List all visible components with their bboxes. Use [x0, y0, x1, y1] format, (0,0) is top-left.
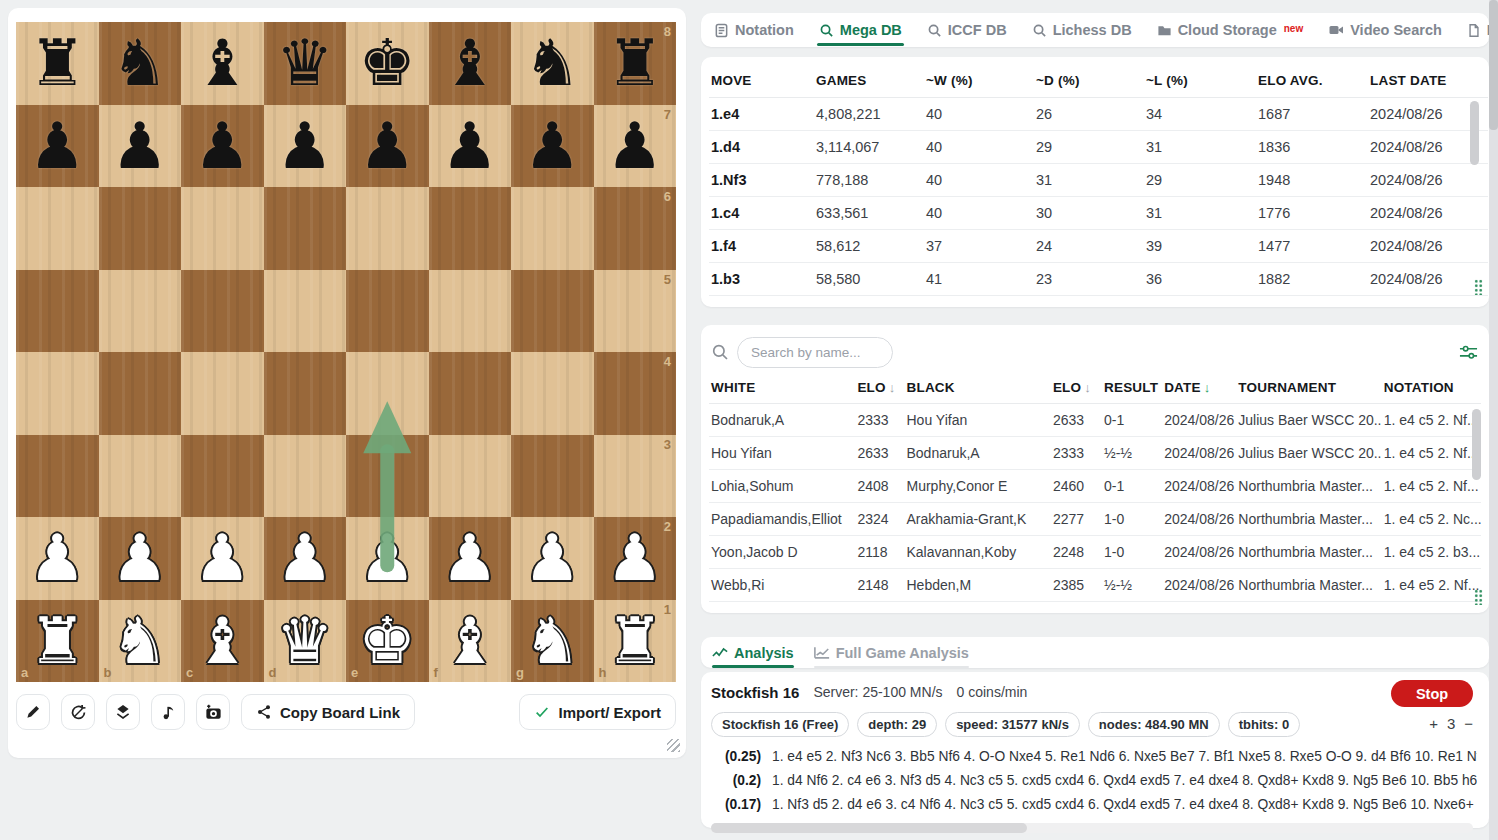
- move-row[interactable]: 1.b358,58041233618822024/08/26: [709, 263, 1488, 296]
- white_elo-cell: 2333: [855, 404, 904, 437]
- piece-black-bishop[interactable]: ♝: [181, 22, 264, 105]
- date-cell: 2024/08/26: [1368, 263, 1488, 296]
- w-cell: 40: [924, 164, 1034, 197]
- notation-icon: [714, 23, 729, 38]
- square-h3[interactable]: 3: [594, 435, 677, 518]
- col-draw-pct[interactable]: ~D (%): [1034, 63, 1144, 98]
- col-games[interactable]: GAMES: [814, 63, 924, 98]
- engine-hscrollbar-thumb[interactable]: [711, 823, 1027, 833]
- square-e8[interactable]: ♚: [346, 22, 429, 105]
- piece-black-pawn[interactable]: ♟: [264, 105, 347, 188]
- tab-notation[interactable]: Notation: [714, 22, 794, 38]
- w-cell: 40: [924, 131, 1034, 164]
- sort-desc-icon[interactable]: ↓: [1084, 380, 1091, 395]
- search-icon: [711, 343, 729, 361]
- result-cell: 0-1: [1102, 470, 1162, 503]
- piece-black-pawn[interactable]: ♟: [99, 105, 182, 188]
- white_elo-cell: 2633: [855, 437, 904, 470]
- engine-name: Stockfish 16: [711, 684, 799, 701]
- game-row[interactable]: Webb,Ri2148Hebden,M2385½-½2024/08/26Nort…: [709, 569, 1481, 602]
- moves-header-row: MOVE GAMES ~W (%) ~D (%) ~L (%) ELO AVG.…: [709, 63, 1488, 98]
- elo-cell: 1776: [1256, 197, 1368, 230]
- games-cell: 778,188: [814, 164, 924, 197]
- w-cell: 40: [924, 197, 1034, 230]
- date-cell: 2024/08/26: [1162, 569, 1236, 602]
- move-row[interactable]: 1.f458,61237243914772024/08/26: [709, 230, 1488, 263]
- move-cell: 1.Nf3: [709, 164, 814, 197]
- file-label-d: d: [269, 665, 277, 680]
- square-c3[interactable]: [181, 435, 264, 518]
- square-e5[interactable]: [346, 270, 429, 353]
- moves-table-panel: MOVE GAMES ~W (%) ~D (%) ~L (%) ELO AVG.…: [701, 57, 1489, 307]
- piece-white-pawn[interactable]: ♟: [511, 517, 594, 600]
- col-white[interactable]: WHITE: [709, 371, 855, 404]
- engine-stats: Stockfish 16 (Free)depth: 29speed: 31577…: [711, 712, 1477, 737]
- tab-mega-db[interactable]: Mega DB: [819, 22, 902, 38]
- square-b5[interactable]: [99, 270, 182, 353]
- date-cell: 2024/08/26: [1162, 536, 1236, 569]
- rank-label-2: 2: [664, 519, 671, 534]
- square-b3[interactable]: [99, 435, 182, 518]
- rank-label-8: 8: [664, 24, 671, 39]
- games-header-row: WHITE ELO↓ BLACK ELO↓ RESULT DATE↓ TOURN…: [709, 371, 1481, 404]
- games-resize-grip[interactable]: [1474, 589, 1483, 605]
- search-icon: [927, 23, 942, 38]
- col-elo-avg[interactable]: ELO AVG.: [1256, 63, 1368, 98]
- square-d1[interactable]: ♛d: [264, 600, 347, 683]
- game-row[interactable]: Papadiamandis,Elliot2324Arakhamia-Grant,…: [709, 503, 1481, 536]
- square-f6[interactable]: [429, 187, 512, 270]
- black-cell: Hebden,M: [905, 569, 1051, 602]
- piece-black-pawn[interactable]: ♟: [429, 105, 512, 188]
- result-cell: ½-½: [1102, 569, 1162, 602]
- chess-board[interactable]: ♜♞♝♛♚♝♞♜8♟♟♟♟♟♟♟♟76543♟♟♟♟♟♟♟♟2♜a♞b♝c♛d♚…: [16, 22, 676, 682]
- square-c6[interactable]: [181, 187, 264, 270]
- engine-stat-pill: Stockfish 16 (Free): [711, 712, 849, 737]
- result-cell: 1-0: [1102, 503, 1162, 536]
- move-cell: 1.d4: [709, 131, 814, 164]
- lines-counter: + 3 −: [1429, 715, 1473, 732]
- search-input[interactable]: [737, 337, 893, 368]
- file-label-h: h: [599, 665, 607, 680]
- engine-stat-pill: depth: 29: [857, 712, 937, 737]
- square-g8[interactable]: ♞: [511, 22, 594, 105]
- square-g2[interactable]: ♟: [511, 517, 594, 600]
- date-cell: 2024/08/26: [1162, 404, 1236, 437]
- square-d5[interactable]: [264, 270, 347, 353]
- white_elo-cell: 2118: [855, 536, 904, 569]
- square-d2[interactable]: ♟: [264, 517, 347, 600]
- engine-stat-pill: speed: 31577 kN/s: [945, 712, 1080, 737]
- rank-label-3: 3: [664, 437, 671, 452]
- tournament-cell: Northumbria Master...: [1236, 470, 1381, 503]
- copy-board-link-button[interactable]: Copy Board Link: [241, 694, 415, 730]
- elo-cell: 1687: [1256, 98, 1368, 131]
- square-h7[interactable]: ♟7: [594, 105, 677, 188]
- black-cell: Kalavannan,Koby: [905, 536, 1051, 569]
- piece-white-pawn[interactable]: ♟: [264, 517, 347, 600]
- l-cell: 34: [1144, 98, 1256, 131]
- black_elo-cell: 2633: [1051, 404, 1102, 437]
- square-f5[interactable]: [429, 270, 512, 353]
- piece-black-queen[interactable]: ♛: [264, 22, 347, 105]
- piece-white-bishop[interactable]: ♝: [181, 600, 264, 683]
- sort-desc-icon-active[interactable]: ↓: [1204, 380, 1211, 395]
- engine-hscrollbar: [711, 823, 1473, 833]
- engine-line[interactable]: (0.2)1. d4 Nf6 2. c4 e6 3. Nf3 d5 4. Nc3…: [711, 768, 1477, 792]
- move-cell: 1.e4: [709, 98, 814, 131]
- piece-black-pawn[interactable]: ♟: [346, 105, 429, 188]
- file-icon: [1467, 23, 1481, 38]
- rank-label-1: 1: [664, 602, 671, 617]
- line-moves: 1. d4 Nf6 2. c4 e6 3. Nf3 d5 4. Nc3 c5 5…: [772, 773, 1477, 788]
- piece-white-pawn[interactable]: ♟: [99, 517, 182, 600]
- d-cell: 30: [1034, 197, 1144, 230]
- engine-panel: Stockfish 16 Server: 25-100 MN/s 0 coins…: [701, 672, 1489, 828]
- game-row[interactable]: Yoon,Jacob D2118Kalavannan,Koby22481-020…: [709, 536, 1481, 569]
- square-a5[interactable]: [16, 270, 99, 353]
- white-cell: Bodnaruk,A: [709, 404, 855, 437]
- elo-cell: 1477: [1256, 230, 1368, 263]
- col-black-elo[interactable]: ELO↓: [1051, 371, 1102, 404]
- flip-board-button[interactable]: [61, 694, 95, 730]
- file-label-f: f: [434, 665, 438, 680]
- file-label-b: b: [104, 665, 112, 680]
- d-cell: 26: [1034, 98, 1144, 131]
- square-h5[interactable]: 5: [594, 270, 677, 353]
- right-panel: Notation Mega DB ICCF DB Lichess DB Clou…: [701, 0, 1489, 840]
- remove-line-button[interactable]: −: [1464, 715, 1473, 732]
- share-icon: [256, 704, 272, 720]
- piece-white-pawn[interactable]: ♟: [16, 517, 99, 600]
- piece-style-icon: [114, 703, 132, 721]
- piece-white-king[interactable]: ♚: [346, 600, 429, 683]
- white_elo-cell: 2408: [855, 470, 904, 503]
- col-white-elo[interactable]: ELO↓: [855, 371, 904, 404]
- lines-count: 3: [1447, 715, 1455, 732]
- col-move[interactable]: MOVE: [709, 63, 814, 98]
- line-eval: (0.17): [711, 797, 761, 812]
- square-a3[interactable]: [16, 435, 99, 518]
- black_elo-cell: 2385: [1051, 569, 1102, 602]
- square-a8[interactable]: ♜: [16, 22, 99, 105]
- white-cell: Hou Yifan: [709, 437, 855, 470]
- sort-desc-icon[interactable]: ↓: [889, 380, 896, 395]
- search-icon: [819, 23, 834, 38]
- d-cell: 24: [1034, 230, 1144, 263]
- result-cell: ½-½: [1102, 437, 1162, 470]
- square-f8[interactable]: ♝: [429, 22, 512, 105]
- square-b7[interactable]: ♟: [99, 105, 182, 188]
- games-table: WHITE ELO↓ BLACK ELO↓ RESULT DATE↓ TOURN…: [709, 371, 1481, 602]
- square-a2[interactable]: ♟: [16, 517, 99, 600]
- square-f4[interactable]: [429, 352, 512, 435]
- square-b1[interactable]: ♞b: [99, 600, 182, 683]
- line-eval: (0.2): [711, 773, 761, 788]
- notation-cell: 1. e4 c5 2. Nc...: [1382, 503, 1481, 536]
- piece-black-pawn[interactable]: ♟: [511, 105, 594, 188]
- date-cell: 2024/08/26: [1162, 437, 1236, 470]
- stop-button[interactable]: Stop: [1391, 680, 1473, 707]
- tournament-cell: Northumbria Master...: [1236, 536, 1381, 569]
- file-label-a: a: [21, 665, 28, 680]
- games-cell: 58,612: [814, 230, 924, 263]
- l-cell: 36: [1144, 263, 1256, 296]
- notation-cell: 1. e4 c5 2. b3...: [1382, 536, 1481, 569]
- square-g3[interactable]: [511, 435, 594, 518]
- piece-black-pawn[interactable]: ♟: [16, 105, 99, 188]
- move-row[interactable]: 1.d43,114,06740293118362024/08/26: [709, 131, 1488, 164]
- tournament-cell: Julius Baer WSCC 20...: [1236, 404, 1381, 437]
- import-export-label: Import/ Export: [558, 704, 661, 721]
- games-scrollbar-thumb[interactable]: [1472, 409, 1481, 480]
- games-panel: WHITE ELO↓ BLACK ELO↓ RESULT DATE↓ TOURN…: [701, 325, 1489, 613]
- date-cell: 2024/08/26: [1368, 230, 1488, 263]
- edit-board-button[interactable]: [16, 694, 50, 730]
- square-h8[interactable]: ♜8: [594, 22, 677, 105]
- square-c5[interactable]: [181, 270, 264, 353]
- notation-cell: 1. e4 c5 2. Nf...: [1382, 470, 1481, 503]
- piece-white-bishop[interactable]: ♝: [429, 600, 512, 683]
- rank-label-5: 5: [664, 272, 671, 287]
- square-b4[interactable]: [99, 352, 182, 435]
- server-info: Server: 25-100 MN/s: [813, 684, 942, 700]
- tab-full-game-analysis[interactable]: Full Game Analysis: [814, 645, 969, 661]
- col-result[interactable]: RESULT: [1102, 371, 1162, 404]
- camera-icon: [204, 703, 223, 722]
- engine-line[interactable]: (0.17)1. Nf3 d5 2. d4 e6 3. c4 Nf6 4. Nc…: [711, 792, 1477, 816]
- tournament-cell: Northumbria Master...: [1236, 569, 1381, 602]
- piece-style-button[interactable]: [106, 694, 140, 730]
- board-panel: ♜♞♝♛♚♝♞♜8♟♟♟♟♟♟♟♟76543♟♟♟♟♟♟♟♟2♜a♞b♝c♛d♚…: [8, 8, 686, 758]
- col-date[interactable]: DATE↓: [1162, 371, 1236, 404]
- date-cell: 2024/08/26: [1162, 470, 1236, 503]
- elo-cell: 1882: [1256, 263, 1368, 296]
- piece-black-knight[interactable]: ♞: [99, 22, 182, 105]
- date-cell: 2024/08/26: [1162, 503, 1236, 536]
- page-scrollbar[interactable]: [1489, 0, 1498, 840]
- col-white-pct[interactable]: ~W (%): [924, 63, 1034, 98]
- w-cell: 37: [924, 230, 1034, 263]
- col-notation[interactable]: NOTATION: [1382, 371, 1481, 404]
- snapshot-button[interactable]: [196, 694, 230, 730]
- square-g6[interactable]: [511, 187, 594, 270]
- square-g1[interactable]: ♞g: [511, 600, 594, 683]
- games-cell: 58,580: [814, 263, 924, 296]
- rank-label-4: 4: [664, 354, 671, 369]
- w-cell: 41: [924, 263, 1034, 296]
- music-note-icon: [160, 704, 177, 721]
- black_elo-cell: 2277: [1051, 503, 1102, 536]
- col-tournament[interactable]: TOURNAMENT: [1236, 371, 1381, 404]
- square-g5[interactable]: [511, 270, 594, 353]
- white-cell: Webb,Ri: [709, 569, 855, 602]
- file-label-e: e: [351, 665, 358, 680]
- square-f7[interactable]: ♟: [429, 105, 512, 188]
- tab-cloud-storage[interactable]: Cloud Storagenew: [1157, 22, 1304, 38]
- square-h2[interactable]: ♟2: [594, 517, 677, 600]
- square-h6[interactable]: 6: [594, 187, 677, 270]
- elo-cell: 1948: [1256, 164, 1368, 197]
- search-icon: [1032, 23, 1047, 38]
- square-d8[interactable]: ♛: [264, 22, 347, 105]
- d-cell: 29: [1034, 131, 1144, 164]
- file-label-c: c: [186, 665, 193, 680]
- square-d6[interactable]: [264, 187, 347, 270]
- d-cell: 23: [1034, 263, 1144, 296]
- piece-white-rook[interactable]: ♜: [16, 600, 99, 683]
- square-b8[interactable]: ♞: [99, 22, 182, 105]
- line-moves: 1. e4 e5 2. Nf3 Nc6 3. Bb5 Nf6 4. O-O Nx…: [772, 749, 1477, 764]
- square-b2[interactable]: ♟: [99, 517, 182, 600]
- game-row[interactable]: Hou Yifan2633Bodnaruk,A2333½-½2024/08/26…: [709, 437, 1481, 470]
- l-cell: 31: [1144, 197, 1256, 230]
- square-c8[interactable]: ♝: [181, 22, 264, 105]
- black-cell: Arakhamia-Grant,K: [905, 503, 1051, 536]
- square-e6[interactable]: [346, 187, 429, 270]
- game-row[interactable]: Lohia,Sohum2408Murphy,Conor E24600-12024…: [709, 470, 1481, 503]
- col-black[interactable]: BLACK: [905, 371, 1051, 404]
- square-e7[interactable]: ♟: [346, 105, 429, 188]
- white-cell: Papadiamandis,Elliot: [709, 503, 855, 536]
- square-d7[interactable]: ♟: [264, 105, 347, 188]
- moves-scrollbar-thumb[interactable]: [1470, 101, 1479, 165]
- tournament-cell: Julius Baer WSCC 20...: [1236, 437, 1381, 470]
- check-icon: [534, 704, 550, 720]
- file-label-g: g: [516, 665, 524, 680]
- piece-white-pawn[interactable]: ♟: [181, 517, 264, 600]
- square-h4[interactable]: 4: [594, 352, 677, 435]
- tab-lichess-db[interactable]: Lichess DB: [1032, 22, 1132, 38]
- rank-label-6: 6: [664, 189, 671, 204]
- filter-icon[interactable]: [1458, 343, 1479, 362]
- pencil-icon: [24, 703, 42, 721]
- move-row[interactable]: 1.c4633,56140303117762024/08/26: [709, 197, 1488, 230]
- notation-cell: 1. e4 e5 2. Nf...: [1382, 569, 1481, 602]
- square-f3[interactable]: [429, 435, 512, 518]
- notation-cell: 1. e4 c5 2. Nf...: [1382, 437, 1481, 470]
- black-cell: Hou Yifan: [905, 404, 1051, 437]
- square-h1[interactable]: ♜h1: [594, 600, 677, 683]
- flip-board-icon: [69, 703, 88, 722]
- game-row[interactable]: Bodnaruk,A2333Hou Yifan26330-12024/08/26…: [709, 404, 1481, 437]
- games-cell: 4,808,221: [814, 98, 924, 131]
- square-c4[interactable]: [181, 352, 264, 435]
- square-g4[interactable]: [511, 352, 594, 435]
- black-cell: Murphy,Conor E: [905, 470, 1051, 503]
- piece-black-bishop[interactable]: ♝: [429, 22, 512, 105]
- engine-stat-pill: nodes: 484.90 MN: [1088, 712, 1220, 737]
- black_elo-cell: 2248: [1051, 536, 1102, 569]
- analysis-tabbar: Analysis Full Game Analysis: [701, 637, 1489, 668]
- square-a6[interactable]: [16, 187, 99, 270]
- board-resize-handle[interactable]: [667, 739, 680, 752]
- tab-iccf-db[interactable]: ICCF DB: [927, 22, 1007, 38]
- elo-cell: 1836: [1256, 131, 1368, 164]
- square-f2[interactable]: ♟: [429, 517, 512, 600]
- white_elo-cell: 2148: [855, 569, 904, 602]
- moves-table: MOVE GAMES ~W (%) ~D (%) ~L (%) ELO AVG.…: [709, 63, 1488, 296]
- tab-video-search[interactable]: Video Search: [1328, 22, 1442, 38]
- black_elo-cell: 2333: [1051, 437, 1102, 470]
- pulse-chart-icon: [712, 646, 728, 659]
- moves-resize-grip[interactable]: [1474, 279, 1483, 295]
- square-b6[interactable]: [99, 187, 182, 270]
- square-f1[interactable]: ♝f: [429, 600, 512, 683]
- square-c1[interactable]: ♝c: [181, 600, 264, 683]
- square-a1[interactable]: ♜a: [16, 600, 99, 683]
- square-d4[interactable]: [264, 352, 347, 435]
- engine-stat-pill: tbhits: 0: [1228, 712, 1301, 737]
- database-tabbar: Notation Mega DB ICCF DB Lichess DB Clou…: [701, 13, 1489, 47]
- add-line-button[interactable]: +: [1429, 715, 1438, 732]
- move-cell: 1.c4: [709, 197, 814, 230]
- folder-icon: [1157, 23, 1172, 38]
- rank-label-7: 7: [664, 107, 671, 122]
- games-cell: 3,114,067: [814, 131, 924, 164]
- result-cell: 0-1: [1102, 404, 1162, 437]
- board-toolbar: Copy Board Link Import/ Export: [16, 694, 676, 730]
- piece-black-pawn[interactable]: ♟: [181, 105, 264, 188]
- square-g7[interactable]: ♟: [511, 105, 594, 188]
- tournament-cell: Northumbria Master...: [1236, 503, 1381, 536]
- square-e4[interactable]: [346, 352, 429, 435]
- square-c2[interactable]: ♟: [181, 517, 264, 600]
- page-scrollbar-thumb[interactable]: [1489, 0, 1498, 130]
- move-cell: 1.b3: [709, 263, 814, 296]
- l-cell: 39: [1144, 230, 1256, 263]
- square-c7[interactable]: ♟: [181, 105, 264, 188]
- col-last-date[interactable]: LAST DATE: [1368, 63, 1488, 98]
- tab-analysis[interactable]: Analysis: [712, 645, 794, 661]
- square-a7[interactable]: ♟: [16, 105, 99, 188]
- line-eval: (0.25): [711, 749, 761, 764]
- line-chart-icon: [814, 646, 830, 659]
- piece-black-knight[interactable]: ♞: [511, 22, 594, 105]
- coins-info: 0 coins/min: [957, 684, 1028, 700]
- black_elo-cell: 2460: [1051, 470, 1102, 503]
- date-cell: 2024/08/26: [1368, 164, 1488, 197]
- sound-button[interactable]: [151, 694, 185, 730]
- engine-lines: (0.25)1. e4 e5 2. Nf3 Nc6 3. Bb5 Nf6 4. …: [711, 744, 1477, 816]
- white_elo-cell: 2324: [855, 503, 904, 536]
- white-cell: Yoon,Jacob D: [709, 536, 855, 569]
- square-e1[interactable]: ♚e: [346, 600, 429, 683]
- notation-cell: 1. e4 c5 2. Nf...: [1382, 404, 1481, 437]
- import-export-button[interactable]: Import/ Export: [519, 694, 676, 730]
- move-cell: 1.f4: [709, 230, 814, 263]
- col-loss-pct[interactable]: ~L (%): [1144, 63, 1256, 98]
- piece-white-pawn[interactable]: ♟: [429, 517, 512, 600]
- square-a4[interactable]: [16, 352, 99, 435]
- w-cell: 40: [924, 98, 1034, 131]
- video-camera-icon: [1328, 22, 1344, 38]
- piece-black-rook[interactable]: ♜: [16, 22, 99, 105]
- square-e3[interactable]: [346, 435, 429, 518]
- piece-black-king[interactable]: ♚: [346, 22, 429, 105]
- l-cell: 31: [1144, 131, 1256, 164]
- piece-white-pawn[interactable]: ♟: [346, 517, 429, 600]
- date-cell: 2024/08/26: [1368, 197, 1488, 230]
- square-d3[interactable]: [264, 435, 347, 518]
- engine-line[interactable]: (0.25)1. e4 e5 2. Nf3 Nc6 3. Bb5 Nf6 4. …: [711, 744, 1477, 768]
- d-cell: 31: [1034, 164, 1144, 197]
- move-row[interactable]: 1.Nf3778,18840312919482024/08/26: [709, 164, 1488, 197]
- copy-board-link-label: Copy Board Link: [280, 704, 400, 721]
- move-row[interactable]: 1.e44,808,22140263416872024/08/26: [709, 98, 1488, 131]
- result-cell: 1-0: [1102, 536, 1162, 569]
- square-e2[interactable]: ♟: [346, 517, 429, 600]
